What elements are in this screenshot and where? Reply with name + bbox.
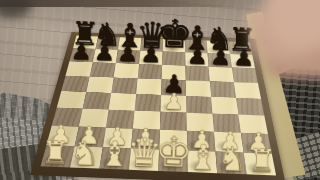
black-pawn-b7[interactable]: ♟ [94, 41, 116, 63]
chess-board: ♜♞♝♛♚♝♞♜♟♟♟♟♟♟♟♟♟♟♟♟♟♟♟♟♜♞♝♛♚♝♞♜ [30, 32, 286, 180]
square-a6[interactable] [65, 61, 92, 76]
square-g5[interactable] [210, 81, 236, 98]
white-knight-b1[interactable]: ♞ [70, 137, 101, 169]
white-bishop-f1[interactable]: ♝ [187, 141, 219, 174]
square-a4[interactable] [57, 91, 87, 109]
square-b1[interactable]: ♞ [70, 146, 103, 168]
board-perspective-wrap: ♜♞♝♛♚♝♞♜♟♟♟♟♟♟♟♟♟♟♟♟♟♟♟♟♜♞♝♛♚♝♞♜ [30, 0, 286, 180]
square-d1[interactable]: ♛ [129, 148, 159, 171]
square-c7[interactable]: ♟ [116, 50, 140, 64]
square-g1[interactable]: ♞ [215, 152, 246, 175]
square-b5[interactable] [86, 77, 113, 93]
square-g7[interactable]: ♟ [208, 53, 232, 67]
white-queen-d1[interactable]: ♛ [126, 134, 163, 172]
black-pawn-a7[interactable]: ♟ [70, 41, 92, 63]
square-c5[interactable] [111, 78, 137, 94]
white-pawn-e4[interactable]: ♟ [163, 92, 184, 113]
square-e4[interactable]: ♟ [161, 95, 187, 113]
square-d6[interactable] [138, 64, 163, 79]
chess-photo-scene: ♜♞♝♛♚♝♞♜♟♟♟♟♟♟♟♟♟♟♟♟♟♟♟♟♜♞♝♛♚♝♞♜ [0, 0, 320, 180]
square-d4[interactable] [135, 94, 162, 112]
square-f4[interactable] [186, 96, 212, 114]
black-pawn-g7[interactable]: ♟ [210, 46, 232, 68]
square-d7[interactable]: ♟ [139, 51, 163, 65]
black-pawn-c7[interactable]: ♟ [117, 42, 139, 64]
square-c1[interactable]: ♝ [99, 147, 130, 169]
square-f7[interactable]: ♟ [185, 52, 208, 66]
black-pawn-f7[interactable]: ♟ [187, 45, 209, 67]
square-e1[interactable]: ♚ [158, 149, 187, 172]
blurred-hand [250, 0, 320, 78]
square-e7[interactable] [162, 52, 185, 66]
square-h5[interactable] [234, 82, 261, 99]
white-bishop-c1[interactable]: ♝ [99, 138, 131, 171]
square-f5[interactable] [186, 80, 211, 97]
white-knight-g1[interactable]: ♞ [217, 143, 248, 175]
square-b6[interactable] [90, 62, 116, 77]
square-c4[interactable] [109, 93, 137, 111]
square-f1[interactable]: ♝ [187, 151, 217, 174]
square-f6[interactable] [185, 66, 209, 81]
square-a7[interactable]: ♟ [69, 48, 95, 62]
square-a5[interactable] [61, 76, 89, 92]
white-rook-a1[interactable]: ♜ [41, 138, 70, 168]
square-b7[interactable]: ♟ [93, 49, 118, 63]
square-g4[interactable] [211, 97, 238, 115]
square-g6[interactable] [209, 67, 234, 82]
square-c6[interactable] [114, 63, 139, 78]
square-b4[interactable] [83, 92, 112, 110]
square-d5[interactable] [136, 78, 162, 94]
white-rook-h1[interactable]: ♜ [247, 146, 276, 176]
black-pawn-d7[interactable]: ♟ [140, 43, 162, 65]
square-h4[interactable] [236, 98, 264, 116]
square-h1[interactable]: ♜ [244, 153, 276, 176]
